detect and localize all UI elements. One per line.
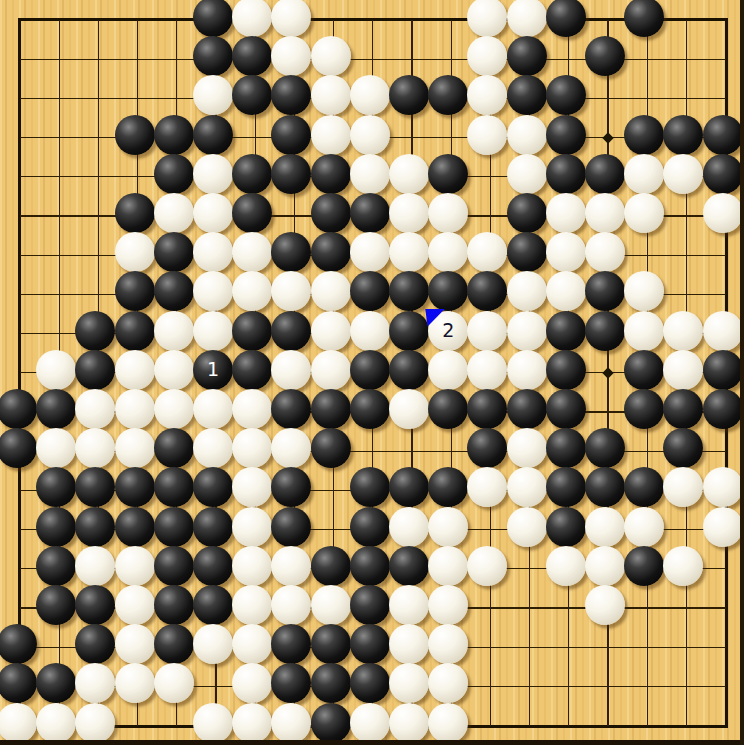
- white-stone[interactable]: [271, 703, 311, 743]
- black-stone[interactable]: [311, 389, 351, 429]
- black-stone[interactable]: [115, 115, 155, 155]
- white-stone[interactable]: [232, 271, 272, 311]
- white-stone[interactable]: [232, 507, 272, 547]
- black-stone[interactable]: [624, 350, 664, 390]
- black-stone[interactable]: [546, 389, 586, 429]
- black-stone[interactable]: [389, 350, 429, 390]
- black-stone[interactable]: [311, 703, 351, 743]
- white-stone[interactable]: [507, 311, 547, 351]
- white-stone[interactable]: [193, 75, 233, 115]
- white-stone[interactable]: [467, 232, 507, 272]
- black-stone[interactable]: [546, 507, 586, 547]
- black-stone[interactable]: [271, 154, 311, 194]
- black-stone[interactable]: [271, 232, 311, 272]
- white-stone[interactable]: [193, 271, 233, 311]
- white-stone[interactable]: [507, 428, 547, 468]
- go-board[interactable]: 12: [0, 0, 744, 745]
- black-stone[interactable]: [271, 467, 311, 507]
- white-stone[interactable]: [703, 467, 743, 507]
- white-stone[interactable]: [350, 703, 390, 743]
- white-stone[interactable]: [428, 507, 468, 547]
- black-stone[interactable]: [154, 467, 194, 507]
- black-stone[interactable]: [311, 624, 351, 664]
- white-stone[interactable]: [389, 507, 429, 547]
- white-stone[interactable]: [232, 389, 272, 429]
- black-stone[interactable]: [546, 75, 586, 115]
- white-stone[interactable]: [36, 350, 76, 390]
- white-stone[interactable]: [507, 350, 547, 390]
- black-stone[interactable]: [350, 350, 390, 390]
- white-stone[interactable]: [703, 311, 743, 351]
- black-stone[interactable]: [36, 546, 76, 586]
- white-stone[interactable]: [193, 703, 233, 743]
- black-stone[interactable]: [232, 193, 272, 233]
- black-stone[interactable]: [232, 36, 272, 76]
- black-stone[interactable]: [193, 115, 233, 155]
- white-stone[interactable]: [115, 389, 155, 429]
- black-stone[interactable]: [428, 389, 468, 429]
- black-stone[interactable]: [507, 389, 547, 429]
- black-stone[interactable]: [154, 507, 194, 547]
- white-stone[interactable]: [232, 428, 272, 468]
- white-stone[interactable]: [193, 389, 233, 429]
- black-stone[interactable]: [75, 467, 115, 507]
- black-stone[interactable]: [507, 75, 547, 115]
- black-stone[interactable]: [154, 428, 194, 468]
- white-stone[interactable]: [389, 232, 429, 272]
- black-stone[interactable]: [115, 507, 155, 547]
- black-stone[interactable]: [507, 232, 547, 272]
- black-stone[interactable]: [585, 36, 625, 76]
- white-stone[interactable]: [546, 271, 586, 311]
- white-stone[interactable]: [467, 115, 507, 155]
- black-stone[interactable]: [311, 193, 351, 233]
- black-stone[interactable]: [271, 311, 311, 351]
- black-stone[interactable]: [271, 115, 311, 155]
- white-stone[interactable]: [271, 428, 311, 468]
- black-stone[interactable]: [75, 507, 115, 547]
- white-stone[interactable]: [428, 193, 468, 233]
- black-stone[interactable]: [154, 624, 194, 664]
- black-stone[interactable]: [36, 389, 76, 429]
- white-stone[interactable]: [546, 546, 586, 586]
- white-stone[interactable]: [507, 467, 547, 507]
- white-stone[interactable]: [389, 663, 429, 703]
- white-stone[interactable]: [154, 311, 194, 351]
- white-stone[interactable]: [507, 154, 547, 194]
- white-stone[interactable]: [663, 311, 703, 351]
- black-stone[interactable]: [624, 115, 664, 155]
- white-stone[interactable]: [428, 624, 468, 664]
- white-stone[interactable]: [624, 193, 664, 233]
- white-stone[interactable]: [585, 546, 625, 586]
- white-stone[interactable]: [428, 232, 468, 272]
- black-stone[interactable]: [703, 350, 743, 390]
- black-stone[interactable]: [115, 193, 155, 233]
- black-stone[interactable]: [36, 663, 76, 703]
- white-stone[interactable]: [585, 193, 625, 233]
- white-stone[interactable]: [311, 311, 351, 351]
- move-number-2: 2: [442, 321, 454, 340]
- black-stone[interactable]: [389, 75, 429, 115]
- black-stone[interactable]: [585, 311, 625, 351]
- white-stone[interactable]: [585, 232, 625, 272]
- black-stone[interactable]: [467, 271, 507, 311]
- white-stone[interactable]: [467, 546, 507, 586]
- white-stone[interactable]: [311, 115, 351, 155]
- white-stone[interactable]: [75, 663, 115, 703]
- black-stone[interactable]: [467, 389, 507, 429]
- white-stone[interactable]: [624, 154, 664, 194]
- white-stone[interactable]: [271, 271, 311, 311]
- white-stone[interactable]: [232, 624, 272, 664]
- black-stone[interactable]: [193, 36, 233, 76]
- white-stone[interactable]: [115, 350, 155, 390]
- white-stone[interactable]: [193, 311, 233, 351]
- white-stone[interactable]: [311, 271, 351, 311]
- black-stone[interactable]: [585, 467, 625, 507]
- white-stone[interactable]: [428, 546, 468, 586]
- white-stone[interactable]: [232, 663, 272, 703]
- white-stone[interactable]: [75, 703, 115, 743]
- white-stone[interactable]: [193, 232, 233, 272]
- white-stone[interactable]: [428, 350, 468, 390]
- black-stone[interactable]: [311, 428, 351, 468]
- white-stone[interactable]: [703, 507, 743, 547]
- white-stone[interactable]: [75, 389, 115, 429]
- white-stone[interactable]: [703, 193, 743, 233]
- white-stone[interactable]: [585, 585, 625, 625]
- white-stone[interactable]: [232, 232, 272, 272]
- black-stone[interactable]: [703, 154, 743, 194]
- black-stone[interactable]: [546, 467, 586, 507]
- black-stone[interactable]: [663, 389, 703, 429]
- white-stone[interactable]: [585, 507, 625, 547]
- white-stone[interactable]: [271, 546, 311, 586]
- black-stone[interactable]: [546, 350, 586, 390]
- white-stone[interactable]: [546, 193, 586, 233]
- black-stone[interactable]: [507, 193, 547, 233]
- black-stone[interactable]: [624, 389, 664, 429]
- white-stone[interactable]: [428, 703, 468, 743]
- black-stone[interactable]: [36, 585, 76, 625]
- white-stone[interactable]: [193, 193, 233, 233]
- black-stone[interactable]: [350, 193, 390, 233]
- white-stone[interactable]: [428, 585, 468, 625]
- black-stone[interactable]: [75, 311, 115, 351]
- black-stone[interactable]: [350, 546, 390, 586]
- white-stone[interactable]: [232, 703, 272, 743]
- black-stone[interactable]: [546, 428, 586, 468]
- white-stone[interactable]: [232, 467, 272, 507]
- black-stone[interactable]: [232, 350, 272, 390]
- white-stone[interactable]: [507, 271, 547, 311]
- black-stone[interactable]: [350, 585, 390, 625]
- white-stone[interactable]: [663, 350, 703, 390]
- white-stone[interactable]: [467, 467, 507, 507]
- black-stone[interactable]: [115, 467, 155, 507]
- black-stone[interactable]: [624, 546, 664, 586]
- white-stone[interactable]: [663, 546, 703, 586]
- black-stone[interactable]: [428, 467, 468, 507]
- white-stone[interactable]: [546, 232, 586, 272]
- white-stone[interactable]: [507, 507, 547, 547]
- black-stone[interactable]: [154, 232, 194, 272]
- white-stone[interactable]: [0, 703, 37, 743]
- black-stone[interactable]: [546, 311, 586, 351]
- black-stone[interactable]: [350, 507, 390, 547]
- black-stone[interactable]: [154, 115, 194, 155]
- white-stone[interactable]: [624, 507, 664, 547]
- white-stone[interactable]: [193, 624, 233, 664]
- white-stone[interactable]: [115, 546, 155, 586]
- black-stone[interactable]: [232, 75, 272, 115]
- black-stone[interactable]: [585, 154, 625, 194]
- white-stone[interactable]: [507, 115, 547, 155]
- black-stone[interactable]: [115, 271, 155, 311]
- black-stone[interactable]: [271, 624, 311, 664]
- black-stone[interactable]: [154, 546, 194, 586]
- white-stone[interactable]: [232, 546, 272, 586]
- move-number-1: 1: [207, 360, 219, 379]
- black-stone[interactable]: [75, 350, 115, 390]
- white-stone[interactable]: [115, 232, 155, 272]
- black-stone[interactable]: [389, 546, 429, 586]
- white-stone[interactable]: [271, 36, 311, 76]
- white-stone[interactable]: [193, 154, 233, 194]
- white-stone[interactable]: [115, 624, 155, 664]
- white-stone[interactable]: [389, 389, 429, 429]
- white-stone[interactable]: [271, 585, 311, 625]
- black-stone[interactable]: [115, 311, 155, 351]
- white-stone[interactable]: [232, 585, 272, 625]
- white-stone[interactable]: [663, 154, 703, 194]
- black-stone[interactable]: [663, 115, 703, 155]
- black-stone[interactable]: [350, 271, 390, 311]
- black-stone[interactable]: [154, 271, 194, 311]
- white-stone[interactable]: [36, 703, 76, 743]
- black-stone[interactable]: [232, 311, 272, 351]
- black-stone[interactable]: [350, 389, 390, 429]
- white-stone[interactable]: [311, 585, 351, 625]
- black-stone[interactable]: [350, 467, 390, 507]
- black-stone[interactable]: [624, 467, 664, 507]
- board-bottom-edge: [0, 740, 744, 745]
- white-stone[interactable]: [428, 663, 468, 703]
- black-stone[interactable]: [193, 585, 233, 625]
- white-stone[interactable]: [663, 467, 703, 507]
- white-stone[interactable]: [75, 546, 115, 586]
- white-stone[interactable]: [350, 232, 390, 272]
- white-stone[interactable]: [154, 350, 194, 390]
- black-stone[interactable]: [75, 624, 115, 664]
- black-stone[interactable]: [271, 663, 311, 703]
- black-stone[interactable]: [389, 467, 429, 507]
- white-stone[interactable]: [389, 585, 429, 625]
- black-stone[interactable]: [36, 467, 76, 507]
- white-stone[interactable]: [115, 663, 155, 703]
- white-stone[interactable]: [350, 154, 390, 194]
- black-stone[interactable]: [350, 624, 390, 664]
- black-stone[interactable]: [428, 271, 468, 311]
- white-stone[interactable]: [624, 311, 664, 351]
- black-stone[interactable]: [154, 585, 194, 625]
- black-stone[interactable]: [467, 428, 507, 468]
- white-stone[interactable]: [311, 36, 351, 76]
- white-stone[interactable]: [467, 350, 507, 390]
- white-stone[interactable]: [154, 193, 194, 233]
- black-stone[interactable]: [271, 507, 311, 547]
- black-stone[interactable]: [311, 232, 351, 272]
- white-stone[interactable]: [389, 154, 429, 194]
- black-stone[interactable]: [350, 663, 390, 703]
- white-stone[interactable]: [350, 311, 390, 351]
- white-stone[interactable]: [154, 389, 194, 429]
- black-stone[interactable]: [154, 154, 194, 194]
- white-stone[interactable]: [467, 311, 507, 351]
- white-stone[interactable]: [36, 428, 76, 468]
- white-stone[interactable]: [271, 350, 311, 390]
- board-right-edge: [740, 0, 744, 745]
- black-stone[interactable]: [271, 389, 311, 429]
- black-stone[interactable]: [193, 507, 233, 547]
- black-stone[interactable]: [428, 154, 468, 194]
- black-stone[interactable]: [546, 115, 586, 155]
- black-stone[interactable]: [389, 271, 429, 311]
- black-stone[interactable]: [311, 154, 351, 194]
- white-stone[interactable]: [75, 428, 115, 468]
- black-stone[interactable]: [193, 546, 233, 586]
- black-stone[interactable]: [75, 585, 115, 625]
- white-stone[interactable]: [624, 271, 664, 311]
- white-stone[interactable]: [311, 75, 351, 115]
- black-stone[interactable]: [703, 115, 743, 155]
- black-stone[interactable]: [585, 271, 625, 311]
- black-stone[interactable]: [389, 311, 429, 351]
- black-stone[interactable]: [311, 546, 351, 586]
- black-stone[interactable]: [36, 507, 76, 547]
- white-stone[interactable]: [389, 703, 429, 743]
- white-stone[interactable]: [389, 624, 429, 664]
- black-stone[interactable]: [663, 428, 703, 468]
- black-stone[interactable]: [507, 36, 547, 76]
- white-stone[interactable]: [311, 350, 351, 390]
- white-stone[interactable]: [467, 36, 507, 76]
- move-number-overlay: 1: [193, 350, 233, 390]
- black-stone[interactable]: [703, 389, 743, 429]
- white-stone[interactable]: [115, 428, 155, 468]
- black-stone[interactable]: [428, 75, 468, 115]
- white-stone[interactable]: [389, 193, 429, 233]
- black-stone[interactable]: [271, 75, 311, 115]
- white-stone[interactable]: [350, 115, 390, 155]
- black-stone[interactable]: [546, 154, 586, 194]
- black-stone[interactable]: [311, 663, 351, 703]
- white-stone[interactable]: [115, 585, 155, 625]
- black-stone[interactable]: [193, 467, 233, 507]
- white-stone[interactable]: [467, 75, 507, 115]
- black-stone[interactable]: [232, 154, 272, 194]
- white-stone[interactable]: [154, 663, 194, 703]
- white-stone[interactable]: [350, 75, 390, 115]
- black-stone[interactable]: [585, 428, 625, 468]
- white-stone[interactable]: [193, 428, 233, 468]
